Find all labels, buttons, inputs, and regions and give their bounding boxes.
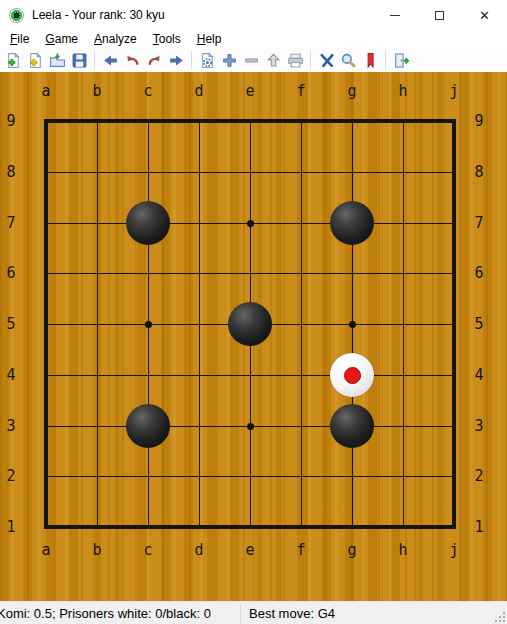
last-move-marker <box>344 367 361 384</box>
analyze-icon[interactable] <box>196 50 218 70</box>
toolbar-separator <box>191 51 192 69</box>
coord-top-e: e <box>240 82 260 100</box>
score-icon[interactable] <box>284 50 306 70</box>
coord-right-6: 6 <box>470 264 488 282</box>
coord-left-2: 2 <box>2 467 20 485</box>
title-bar: Leela - Your rank: 30 kyu ✕ <box>0 0 507 30</box>
new-game-icon[interactable] <box>2 50 24 70</box>
toolbar-separator <box>385 51 386 69</box>
close-button[interactable]: ✕ <box>462 0 507 30</box>
menu-tools[interactable]: Tools <box>145 30 189 48</box>
black-stone-e5 <box>228 302 272 346</box>
coord-left-4: 4 <box>2 366 20 384</box>
window-title: Leela - Your rank: 30 kyu <box>32 8 372 22</box>
coord-left-5: 5 <box>2 315 20 333</box>
star-point <box>349 321 356 328</box>
minimize-button[interactable] <box>372 0 417 30</box>
maximize-button[interactable] <box>417 0 462 30</box>
coord-top-j: j <box>444 82 464 100</box>
black-stone-g7 <box>330 201 374 245</box>
pass-icon[interactable] <box>262 50 284 70</box>
undo-move-icon[interactable] <box>121 50 143 70</box>
coord-bottom-j: j <box>444 541 464 559</box>
menu-help[interactable]: Help <box>189 30 230 48</box>
toolbar-separator <box>94 51 95 69</box>
coord-left-1: 1 <box>2 518 20 536</box>
coord-top-c: c <box>138 82 158 100</box>
coord-left-3: 3 <box>2 417 20 435</box>
open-sgf-icon[interactable] <box>46 50 68 70</box>
increase-icon[interactable] <box>218 50 240 70</box>
menu-file[interactable]: File <box>2 30 37 48</box>
coord-top-a: a <box>36 82 56 100</box>
white-stone-g4 <box>330 353 374 397</box>
toolbar-separator <box>310 51 311 69</box>
coord-left-9: 9 <box>2 112 20 130</box>
coord-bottom-f: f <box>291 541 311 559</box>
coord-bottom-e: e <box>240 541 260 559</box>
coord-right-3: 3 <box>470 417 488 435</box>
star-point <box>247 220 254 227</box>
coord-right-4: 4 <box>470 366 488 384</box>
black-stone-c7 <box>126 201 170 245</box>
mark-icon[interactable] <box>359 50 381 70</box>
status-bar: Komi: 0.5; Prisoners white: 0/black: 0 B… <box>0 601 507 624</box>
back-to-start-icon[interactable] <box>99 50 121 70</box>
status-best-move: Best move: G4 <box>249 606 507 621</box>
coord-bottom-a: a <box>36 541 56 559</box>
coord-bottom-d: d <box>189 541 209 559</box>
coord-top-d: d <box>189 82 209 100</box>
star-point <box>145 321 152 328</box>
go-board[interactable]: aabbccddeeffgghhjj998877665544332211 <box>0 72 507 601</box>
coord-bottom-h: h <box>393 541 413 559</box>
maximize-icon <box>435 11 444 20</box>
coord-bottom-g: g <box>342 541 362 559</box>
resign-icon[interactable] <box>315 50 337 70</box>
leela-window: Leela - Your rank: 30 kyu ✕ File Game An… <box>0 0 507 624</box>
coord-top-f: f <box>291 82 311 100</box>
toolbar <box>0 48 507 72</box>
coord-right-7: 7 <box>470 214 488 232</box>
menu-bar: File Game Analyze Tools Help <box>0 30 507 48</box>
resize-grip[interactable] <box>494 611 506 623</box>
coord-bottom-c: c <box>138 541 158 559</box>
coord-right-9: 9 <box>470 112 488 130</box>
menu-analyze[interactable]: Analyze <box>86 30 145 48</box>
menu-game[interactable]: Game <box>37 30 86 48</box>
coord-left-8: 8 <box>2 163 20 181</box>
status-komi-prisoners: Komi: 0.5; Prisoners white: 0/black: 0 <box>0 606 240 621</box>
coord-right-8: 8 <box>470 163 488 181</box>
redo-move-icon[interactable] <box>143 50 165 70</box>
black-stone-c3 <box>126 404 170 448</box>
coord-top-b: b <box>87 82 107 100</box>
decrease-icon[interactable] <box>240 50 262 70</box>
coord-right-5: 5 <box>470 315 488 333</box>
black-stone-g3 <box>330 404 374 448</box>
save-sgf-icon[interactable] <box>68 50 90 70</box>
minimize-icon <box>390 15 400 16</box>
coord-top-g: g <box>342 82 362 100</box>
coord-left-6: 6 <box>2 264 20 282</box>
star-point <box>247 423 254 430</box>
coord-right-2: 2 <box>470 467 488 485</box>
coord-right-1: 1 <box>470 518 488 536</box>
status-separator <box>240 604 241 623</box>
coord-left-7: 7 <box>2 214 20 232</box>
coord-top-h: h <box>393 82 413 100</box>
coord-bottom-b: b <box>87 541 107 559</box>
exit-icon[interactable] <box>390 50 412 70</box>
close-icon: ✕ <box>479 9 490 22</box>
app-icon <box>9 8 24 23</box>
new-rated-game-icon[interactable] <box>24 50 46 70</box>
hint-icon[interactable] <box>337 50 359 70</box>
forward-to-end-icon[interactable] <box>165 50 187 70</box>
